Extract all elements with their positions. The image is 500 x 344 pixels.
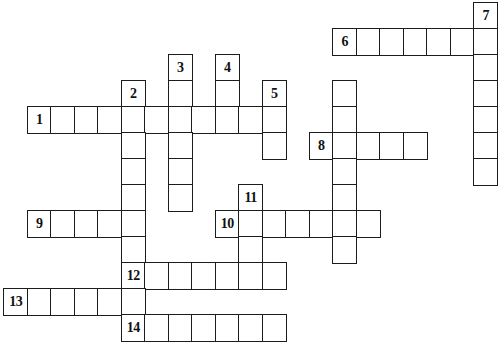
clue-number: 7 bbox=[482, 9, 489, 23]
grid-cell[interactable] bbox=[426, 28, 451, 56]
grid-cell[interactable] bbox=[215, 80, 240, 108]
grid-cell[interactable] bbox=[74, 106, 99, 134]
grid-cell[interactable] bbox=[238, 314, 263, 342]
grid-cell[interactable] bbox=[97, 210, 122, 238]
grid-cell[interactable] bbox=[191, 262, 216, 290]
grid-cell[interactable] bbox=[168, 158, 193, 186]
grid-cell[interactable] bbox=[144, 314, 169, 342]
grid-cell[interactable] bbox=[356, 28, 381, 56]
clue-number: 4 bbox=[224, 61, 231, 75]
grid-cell[interactable] bbox=[238, 262, 263, 290]
grid-cell[interactable] bbox=[356, 210, 381, 238]
grid-cell[interactable] bbox=[121, 132, 146, 160]
grid-cell[interactable]: 12 bbox=[121, 262, 146, 290]
grid-cell[interactable] bbox=[379, 132, 404, 160]
grid-cell[interactable] bbox=[50, 288, 75, 316]
clue-number: 13 bbox=[9, 295, 22, 309]
grid-cell[interactable] bbox=[332, 158, 357, 186]
grid-cell[interactable]: 1 bbox=[27, 106, 52, 134]
grid-cell[interactable]: 11 bbox=[238, 184, 263, 212]
grid-cell[interactable] bbox=[121, 106, 146, 134]
grid-cell[interactable] bbox=[285, 210, 310, 238]
clue-number: 8 bbox=[318, 139, 325, 153]
grid-cell[interactable] bbox=[473, 54, 498, 82]
grid-cell[interactable] bbox=[97, 106, 122, 134]
grid-cell[interactable]: 10 bbox=[215, 210, 240, 238]
grid-cell[interactable] bbox=[262, 210, 287, 238]
grid-cell[interactable] bbox=[74, 288, 99, 316]
grid-cell[interactable]: 13 bbox=[3, 288, 28, 316]
grid-cell[interactable] bbox=[168, 132, 193, 160]
grid-cell[interactable]: 8 bbox=[309, 132, 334, 160]
grid-cell[interactable] bbox=[215, 262, 240, 290]
grid-cell[interactable] bbox=[121, 288, 146, 316]
grid-cell[interactable]: 3 bbox=[168, 54, 193, 82]
grid-cell[interactable] bbox=[262, 106, 287, 134]
grid-cell[interactable] bbox=[473, 106, 498, 134]
grid-cell[interactable] bbox=[473, 28, 498, 56]
grid-cell[interactable] bbox=[262, 132, 287, 160]
grid-cell[interactable] bbox=[473, 80, 498, 108]
grid-cell[interactable] bbox=[168, 184, 193, 212]
grid-cell[interactable]: 2 bbox=[121, 80, 146, 108]
grid-cell[interactable] bbox=[238, 210, 263, 238]
grid-cell[interactable] bbox=[379, 28, 404, 56]
clue-number: 10 bbox=[221, 217, 234, 231]
grid-cell[interactable]: 4 bbox=[215, 54, 240, 82]
grid-cell[interactable] bbox=[238, 106, 263, 134]
clue-number: 14 bbox=[127, 321, 140, 335]
grid-cell[interactable] bbox=[450, 28, 475, 56]
grid-cell[interactable] bbox=[403, 132, 428, 160]
grid-cell[interactable] bbox=[332, 210, 357, 238]
grid-cell[interactable] bbox=[262, 262, 287, 290]
clue-number: 12 bbox=[127, 269, 140, 283]
grid-cell[interactable] bbox=[332, 236, 357, 264]
clue-number: 11 bbox=[245, 191, 257, 205]
grid-cell[interactable] bbox=[332, 106, 357, 134]
grid-cell[interactable] bbox=[168, 262, 193, 290]
clue-number: 5 bbox=[271, 87, 278, 101]
grid-cell[interactable] bbox=[121, 236, 146, 264]
grid-cell[interactable] bbox=[262, 314, 287, 342]
grid-cell[interactable] bbox=[144, 262, 169, 290]
crossword-diagram: 7634251811910121314 bbox=[0, 0, 500, 344]
grid-cell[interactable]: 5 bbox=[262, 80, 287, 108]
clue-number: 6 bbox=[341, 35, 348, 49]
grid-cell[interactable] bbox=[238, 236, 263, 264]
grid-cell[interactable] bbox=[191, 106, 216, 134]
grid-cell[interactable] bbox=[473, 132, 498, 160]
grid-cell[interactable] bbox=[215, 314, 240, 342]
grid-cell[interactable] bbox=[473, 158, 498, 186]
grid-cell[interactable]: 6 bbox=[332, 28, 357, 56]
grid-cell[interactable] bbox=[168, 106, 193, 134]
grid-cell[interactable] bbox=[121, 210, 146, 238]
grid-cell[interactable] bbox=[74, 210, 99, 238]
grid-cell[interactable] bbox=[215, 106, 240, 134]
clue-number: 3 bbox=[177, 61, 184, 75]
grid-cell[interactable] bbox=[309, 210, 334, 238]
grid-cell[interactable] bbox=[332, 184, 357, 212]
grid-cell[interactable] bbox=[144, 106, 169, 134]
grid-cell[interactable] bbox=[356, 132, 381, 160]
grid-cell[interactable] bbox=[168, 80, 193, 108]
grid-cell[interactable] bbox=[50, 106, 75, 134]
grid-cell[interactable]: 7 bbox=[473, 2, 498, 30]
clue-number: 9 bbox=[36, 217, 43, 231]
grid-cell[interactable]: 14 bbox=[121, 314, 146, 342]
clue-number: 2 bbox=[130, 87, 137, 101]
grid-cell[interactable] bbox=[121, 184, 146, 212]
grid-cell[interactable] bbox=[191, 314, 216, 342]
clue-number: 1 bbox=[36, 113, 43, 127]
grid-cell[interactable] bbox=[97, 288, 122, 316]
grid-cell[interactable] bbox=[50, 210, 75, 238]
grid-cell[interactable] bbox=[168, 314, 193, 342]
grid-cell[interactable]: 9 bbox=[27, 210, 52, 238]
grid-cell[interactable] bbox=[332, 132, 357, 160]
grid-cell[interactable] bbox=[121, 158, 146, 186]
grid-cell[interactable] bbox=[27, 288, 52, 316]
grid-cell[interactable] bbox=[403, 28, 428, 56]
grid-cell[interactable] bbox=[332, 80, 357, 108]
